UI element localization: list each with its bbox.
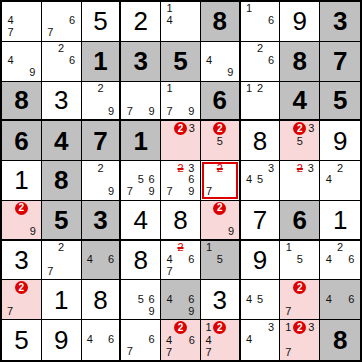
cell-r6c5[interactable]: 8 xyxy=(161,201,201,241)
cell-r6c2[interactable]: 5 xyxy=(42,201,82,241)
given-digit: 7 xyxy=(93,128,107,154)
cell-r1c9[interactable]: 3 xyxy=(320,2,360,42)
candidate-3: 3 xyxy=(308,322,314,333)
candidate-3: 3 xyxy=(268,322,274,333)
candidates: 46 xyxy=(82,241,120,280)
candidate-2-circled: 2 xyxy=(213,321,226,334)
cell-r3c6[interactable]: 6 xyxy=(201,82,241,122)
candidates: 2467 xyxy=(161,320,200,360)
candidates: 2467 xyxy=(161,241,200,280)
candidates: 16 xyxy=(241,2,280,41)
cell-r8c5[interactable]: 469 xyxy=(161,280,201,320)
cell-r6c6[interactable]: 29 xyxy=(201,201,241,241)
candidates: 49 xyxy=(2,42,41,81)
candidate-2-circled: 2 xyxy=(293,122,306,135)
cell-r9c9[interactable]: 8 xyxy=(320,320,360,360)
candidates: 47 xyxy=(2,2,41,41)
cell-r1c3[interactable]: 5 xyxy=(82,2,122,42)
candidate-6: 6 xyxy=(188,254,194,265)
candidates: 15 xyxy=(201,241,239,280)
candidates: 67 xyxy=(121,320,160,360)
candidate-4: 4 xyxy=(246,334,252,345)
cell-r8c7[interactable]: 45 xyxy=(241,280,281,320)
solved-digit: 9 xyxy=(54,327,68,353)
cell-r8c6[interactable]: 3 xyxy=(201,280,241,320)
candidates: 1237 xyxy=(280,320,319,360)
candidate-2-eliminated: 2 xyxy=(217,163,223,174)
candidate-4: 4 xyxy=(206,335,212,346)
candidate-5: 5 xyxy=(257,294,263,305)
cell-r3c7[interactable]: 12 xyxy=(241,82,281,122)
cell-r9c1[interactable]: 5 xyxy=(2,320,42,360)
candidate-1: 1 xyxy=(246,3,252,14)
candidates: 5679 xyxy=(121,161,160,200)
candidate-2-eliminated: 2 xyxy=(177,242,183,253)
candidate-7: 7 xyxy=(285,306,291,317)
cell-r7c9[interactable]: 246 xyxy=(320,241,360,281)
candidates: 23679 xyxy=(161,161,200,200)
cell-r6c4[interactable]: 4 xyxy=(121,201,161,241)
cell-r9c2[interactable]: 9 xyxy=(42,320,82,360)
cell-r7c4[interactable]: 8 xyxy=(121,241,161,281)
candidate-4: 4 xyxy=(326,174,332,185)
cell-r8c3[interactable]: 8 xyxy=(82,280,122,320)
candidate-2: 2 xyxy=(58,242,64,253)
given-digit: 1 xyxy=(93,48,107,74)
solved-digit: 8 xyxy=(253,128,267,154)
solved-digit: 2 xyxy=(133,8,147,34)
cell-r5c9[interactable]: 24 xyxy=(320,161,360,201)
candidate-2-circled: 2 xyxy=(213,122,226,135)
candidate-2: 2 xyxy=(58,43,64,54)
cell-r7c1[interactable]: 3 xyxy=(2,241,42,281)
cell-r2c1[interactable]: 49 xyxy=(2,42,42,82)
given-digit: 4 xyxy=(293,87,307,113)
candidate-7: 7 xyxy=(47,266,53,277)
candidate-4: 4 xyxy=(167,15,173,26)
candidate-7: 7 xyxy=(127,106,133,117)
candidates: 27 xyxy=(2,280,41,319)
candidates: 179 xyxy=(161,82,200,120)
candidate-1: 1 xyxy=(167,83,173,94)
solved-digit: 9 xyxy=(293,8,307,34)
given-digit: 8 xyxy=(293,48,307,74)
candidate-7: 7 xyxy=(206,347,212,358)
candidate-7: 7 xyxy=(7,27,13,38)
solved-digit: 4 xyxy=(133,207,147,233)
candidates: 29 xyxy=(82,82,120,120)
cell-r3c9[interactable]: 5 xyxy=(320,82,360,122)
candidate-6: 6 xyxy=(188,174,194,185)
cell-r5c6[interactable]: 27 xyxy=(201,161,241,201)
given-digit: 1 xyxy=(133,128,147,154)
cell-r4c6[interactable]: 25 xyxy=(201,121,241,161)
cell-r3c3[interactable]: 29 xyxy=(82,82,122,122)
candidate-7: 7 xyxy=(206,186,212,197)
candidate-9: 9 xyxy=(108,186,114,197)
cell-r2c6[interactable]: 49 xyxy=(201,42,241,82)
candidate-6: 6 xyxy=(189,335,195,346)
candidate-2-circled: 2 xyxy=(293,281,306,294)
candidates: 49 xyxy=(201,42,239,81)
candidates: 79 xyxy=(121,82,160,120)
solved-digit: 7 xyxy=(253,207,267,233)
candidate-6: 6 xyxy=(188,294,194,305)
cell-r2c3[interactable]: 1 xyxy=(82,42,122,82)
candidate-6: 6 xyxy=(69,55,75,66)
candidates: 235 xyxy=(280,121,319,160)
candidate-4: 4 xyxy=(246,174,252,185)
given-digit: 3 xyxy=(93,207,107,233)
candidates: 46 xyxy=(320,280,360,319)
given-digit: 8 xyxy=(333,327,347,353)
candidates: 345 xyxy=(241,161,280,200)
cell-r1c2[interactable]: 67 xyxy=(42,2,82,42)
candidate-9: 9 xyxy=(188,106,194,117)
candidates: 29 xyxy=(201,201,239,239)
candidate-2: 2 xyxy=(97,163,103,174)
cell-r1c5[interactable]: 14 xyxy=(161,2,201,42)
given-digit: 7 xyxy=(333,48,347,74)
candidate-1: 1 xyxy=(286,242,292,253)
cell-r7c8[interactable]: 15 xyxy=(280,241,320,281)
candidate-7: 7 xyxy=(127,186,133,197)
candidate-4: 4 xyxy=(167,294,173,305)
cell-r7c5[interactable]: 2467 xyxy=(161,241,201,281)
candidate-2-eliminated: 2 xyxy=(297,163,303,174)
candidate-2-circled: 2 xyxy=(213,202,226,215)
candidate-4: 4 xyxy=(246,294,252,305)
candidate-2-circled: 2 xyxy=(174,122,187,135)
candidate-1: 1 xyxy=(285,322,291,333)
solved-digit: 1 xyxy=(333,207,347,233)
candidates: 14 xyxy=(161,2,200,41)
solved-digit: 9 xyxy=(253,247,267,273)
candidate-1: 1 xyxy=(167,3,173,14)
cell-r6c7[interactable]: 7 xyxy=(241,201,281,241)
candidates: 34 xyxy=(241,320,280,360)
cell-r8c9[interactable]: 46 xyxy=(320,280,360,320)
candidates: 27 xyxy=(42,241,81,280)
given-digit: 5 xyxy=(54,207,68,233)
candidate-7: 7 xyxy=(127,346,133,357)
candidate-3: 3 xyxy=(268,163,274,174)
candidate-9: 9 xyxy=(30,226,36,237)
cell-r7c7[interactable]: 9 xyxy=(241,241,281,281)
solved-digit: 1 xyxy=(14,167,28,193)
candidate-6: 6 xyxy=(268,55,274,66)
cell-r1c7[interactable]: 16 xyxy=(241,2,281,42)
cell-r9c7[interactable]: 34 xyxy=(241,320,281,360)
cell-r9c3[interactable]: 46 xyxy=(82,320,122,360)
candidate-9: 9 xyxy=(227,67,233,78)
candidate-6: 6 xyxy=(108,254,114,265)
candidate-1: 1 xyxy=(246,83,252,94)
cell-r7c3[interactable]: 46 xyxy=(82,241,122,281)
candidate-4: 4 xyxy=(166,335,172,346)
cell-r4c8[interactable]: 235 xyxy=(280,121,320,161)
candidate-6: 6 xyxy=(268,15,274,26)
candidate-4: 4 xyxy=(326,294,332,305)
cell-r2c2[interactable]: 26 xyxy=(42,42,82,82)
candidate-9: 9 xyxy=(149,306,155,317)
candidate-4: 4 xyxy=(206,55,212,66)
candidate-2: 2 xyxy=(337,242,343,253)
cell-r1c4[interactable]: 2 xyxy=(121,2,161,42)
given-digit: 4 xyxy=(54,128,68,154)
candidate-2: 2 xyxy=(257,43,263,54)
candidate-2-circled: 2 xyxy=(174,321,187,334)
cell-r8c1[interactable]: 27 xyxy=(2,280,42,320)
cell-r2c8[interactable]: 8 xyxy=(280,42,320,82)
cell-r4c1[interactable]: 6 xyxy=(2,121,42,161)
candidate-5: 5 xyxy=(138,174,144,185)
candidates: 67 xyxy=(42,2,81,41)
cell-r6c1[interactable]: 29 xyxy=(2,201,42,241)
candidate-6: 6 xyxy=(348,254,354,265)
cell-r5c1[interactable]: 1 xyxy=(2,161,42,201)
cell-r8c2[interactable]: 1 xyxy=(42,280,82,320)
solved-digit: 1 xyxy=(54,287,68,313)
candidate-2: 2 xyxy=(97,83,103,94)
cell-r3c5[interactable]: 179 xyxy=(161,82,201,122)
given-digit: 5 xyxy=(333,87,347,113)
cell-r8c8[interactable]: 27 xyxy=(280,280,320,320)
given-digit: 8 xyxy=(14,87,28,113)
candidates: 27 xyxy=(280,280,319,319)
candidate-3: 3 xyxy=(308,163,314,174)
candidate-7: 7 xyxy=(285,347,291,358)
cell-r4c4[interactable]: 1 xyxy=(121,121,161,161)
candidate-1: 1 xyxy=(206,242,212,253)
candidate-6: 6 xyxy=(69,15,75,26)
cell-r7c2[interactable]: 27 xyxy=(42,241,82,281)
candidates: 23 xyxy=(280,161,319,200)
cell-r6c3[interactable]: 3 xyxy=(82,201,122,241)
given-digit: 5 xyxy=(173,48,187,74)
cell-r9c4[interactable]: 67 xyxy=(121,320,161,360)
sudoku-board: 4767521481693492613549268783297917961245… xyxy=(0,0,362,362)
given-digit: 8 xyxy=(54,167,68,193)
candidates: 469 xyxy=(161,280,200,319)
cell-r9c5[interactable]: 2467 xyxy=(161,320,201,360)
given-digit: 8 xyxy=(213,8,227,34)
candidate-6: 6 xyxy=(348,294,354,305)
solved-digit: 8 xyxy=(93,287,107,313)
candidate-7: 7 xyxy=(47,27,53,38)
solved-digit: 3 xyxy=(14,247,28,273)
candidate-6: 6 xyxy=(149,174,155,185)
cell-r1c1[interactable]: 47 xyxy=(2,2,42,42)
candidates: 23 xyxy=(161,121,200,160)
cell-r1c8[interactable]: 9 xyxy=(280,2,320,42)
candidate-6: 6 xyxy=(149,294,155,305)
cell-r3c2[interactable]: 3 xyxy=(42,82,82,122)
cell-r5c5[interactable]: 23679 xyxy=(161,161,201,201)
candidate-2-eliminated: 2 xyxy=(177,163,183,174)
solved-digit: 9 xyxy=(333,128,347,154)
cell-r5c2[interactable]: 8 xyxy=(42,161,82,201)
candidate-7: 7 xyxy=(167,266,173,277)
cell-r3c8[interactable]: 4 xyxy=(280,82,320,122)
cell-r9c8[interactable]: 1237 xyxy=(280,320,320,360)
cell-r5c4[interactable]: 5679 xyxy=(121,161,161,201)
cell-r6c8[interactable]: 6 xyxy=(280,201,320,241)
candidate-9: 9 xyxy=(188,186,194,197)
candidate-5: 5 xyxy=(138,294,144,305)
given-digit: 6 xyxy=(14,128,28,154)
solved-digit: 8 xyxy=(133,247,147,273)
cell-r4c5[interactable]: 23 xyxy=(161,121,201,161)
candidates: 26 xyxy=(241,42,280,81)
candidate-9: 9 xyxy=(149,106,155,117)
candidate-7: 7 xyxy=(166,347,172,358)
candidate-4: 4 xyxy=(87,334,93,345)
candidates: 12 xyxy=(241,82,280,120)
candidates: 27 xyxy=(201,161,239,200)
solved-digit: 5 xyxy=(93,8,107,34)
cell-r6c9[interactable]: 1 xyxy=(320,201,360,241)
solved-digit: 3 xyxy=(54,87,68,113)
candidate-9: 9 xyxy=(29,67,35,78)
candidate-7: 7 xyxy=(7,306,13,317)
candidate-5: 5 xyxy=(297,136,303,147)
candidate-5: 5 xyxy=(217,254,223,265)
candidates: 46 xyxy=(82,320,120,360)
candidate-6: 6 xyxy=(108,334,114,345)
candidates: 29 xyxy=(2,201,41,239)
candidate-2: 2 xyxy=(257,83,263,94)
cell-r4c7[interactable]: 8 xyxy=(241,121,281,161)
cell-r5c7[interactable]: 345 xyxy=(241,161,281,201)
candidate-4: 4 xyxy=(87,254,93,265)
candidate-3: 3 xyxy=(189,123,195,134)
candidate-4: 4 xyxy=(167,254,173,265)
cell-r7c6[interactable]: 15 xyxy=(201,241,241,281)
candidates: 24 xyxy=(320,161,360,200)
candidate-4: 4 xyxy=(7,15,13,26)
candidates: 569 xyxy=(121,280,160,319)
candidate-9: 9 xyxy=(149,186,155,197)
cell-r5c8[interactable]: 23 xyxy=(280,161,320,201)
candidate-2: 2 xyxy=(337,163,343,174)
candidates: 15 xyxy=(280,241,319,280)
cell-r1c6[interactable]: 8 xyxy=(201,2,241,42)
candidate-7: 7 xyxy=(167,186,173,197)
cell-r2c9[interactable]: 7 xyxy=(320,42,360,82)
candidate-9: 9 xyxy=(188,306,194,317)
candidates: 25 xyxy=(201,121,239,160)
candidate-3: 3 xyxy=(188,163,194,174)
candidate-5: 5 xyxy=(297,254,303,265)
candidate-2-circled: 2 xyxy=(293,321,306,334)
candidate-5: 5 xyxy=(217,136,223,147)
candidate-2-circled: 2 xyxy=(15,281,28,294)
candidates: 246 xyxy=(320,241,360,280)
given-digit: 3 xyxy=(333,8,347,34)
cell-r5c3[interactable]: 29 xyxy=(82,161,122,201)
given-digit: 6 xyxy=(213,87,227,113)
cell-r9c6[interactable]: 1247 xyxy=(201,320,241,360)
given-digit: 3 xyxy=(133,48,147,74)
solved-digit: 8 xyxy=(173,207,187,233)
candidate-3: 3 xyxy=(308,123,314,134)
candidate-9: 9 xyxy=(228,226,234,237)
candidate-1: 1 xyxy=(206,322,212,333)
cell-r2c7[interactable]: 26 xyxy=(241,42,281,82)
cell-r3c1[interactable]: 8 xyxy=(2,82,42,122)
cell-r4c3[interactable]: 7 xyxy=(82,121,122,161)
solved-digit: 5 xyxy=(14,327,28,353)
candidate-2-circled: 2 xyxy=(15,202,28,215)
candidate-5: 5 xyxy=(257,174,263,185)
cell-r2c5[interactable]: 5 xyxy=(161,42,201,82)
candidate-6: 6 xyxy=(149,334,155,345)
cell-r3c4[interactable]: 79 xyxy=(121,82,161,122)
candidates: 29 xyxy=(82,161,120,200)
candidates: 26 xyxy=(42,42,81,81)
candidate-9: 9 xyxy=(108,106,114,117)
solved-digit: 3 xyxy=(213,287,227,313)
candidates: 1247 xyxy=(201,320,239,360)
candidate-7: 7 xyxy=(167,106,173,117)
candidates: 45 xyxy=(241,280,280,319)
candidate-4: 4 xyxy=(7,55,13,66)
cell-r8c4[interactable]: 569 xyxy=(121,280,161,320)
cell-r2c4[interactable]: 3 xyxy=(121,42,161,82)
given-digit: 6 xyxy=(293,207,307,233)
cell-r4c2[interactable]: 4 xyxy=(42,121,82,161)
candidate-4: 4 xyxy=(326,254,332,265)
cell-r4c9[interactable]: 9 xyxy=(320,121,360,161)
